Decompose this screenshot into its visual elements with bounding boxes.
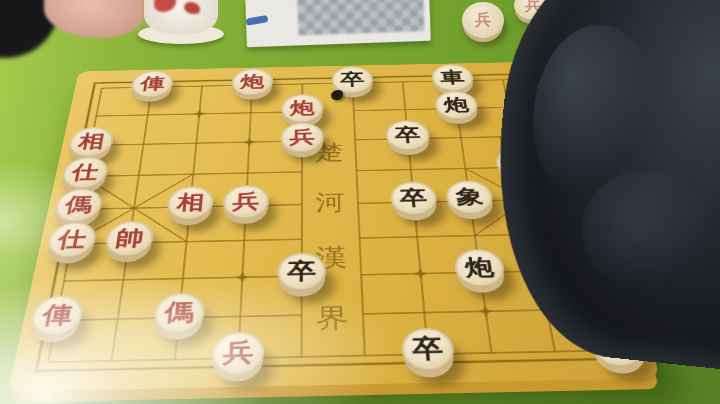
pixelated-blur-patch xyxy=(297,0,424,35)
arm xyxy=(44,0,144,38)
blurred-white-box xyxy=(245,0,431,47)
teacup-pattern xyxy=(154,0,176,12)
teacup xyxy=(144,0,218,34)
river-text-char: 界 xyxy=(316,303,350,334)
offboard-piece-char: 兵 xyxy=(475,10,491,31)
teacup-pattern xyxy=(184,2,200,14)
pen-icon xyxy=(246,15,269,26)
river-text-char: 河 xyxy=(315,190,345,216)
offboard-captured-piece: 兵 xyxy=(462,2,504,38)
photo-scene: 兵 兵 楚河漢界相仕傌仕俥俥帥相傌炮兵兵炮兵卒卒卒卒卒車炮象炮將象士馬士馬車 xyxy=(0,0,720,404)
